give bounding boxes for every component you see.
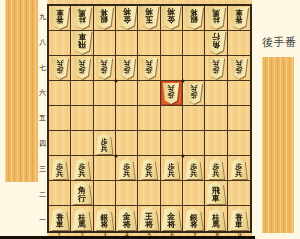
shogi-piece[interactable]: 桂馬 [72, 7, 91, 29]
gote-piece-body: 歩兵 [118, 158, 135, 179]
piece-kanji: 行 [78, 195, 86, 203]
board-cell[interactable]: 香車 [49, 6, 71, 31]
board-cell[interactable]: 桂馬 [205, 6, 227, 31]
board-cell[interactable]: 歩兵 [49, 156, 71, 181]
piece-kanji: 馬 [78, 221, 86, 229]
piece-kanji: 馬 [212, 8, 220, 16]
gote-piece-body: 桂馬 [72, 208, 91, 230]
gote-piece-body: 歩兵 [96, 133, 113, 154]
shogi-piece[interactable]: 桂馬 [72, 208, 91, 230]
board-cell[interactable] [116, 81, 138, 106]
rank-label: 四 [38, 131, 47, 156]
shogi-piece[interactable]: 歩兵 [140, 158, 157, 179]
gote-piece-stand[interactable] [262, 57, 294, 233]
board-cell[interactable] [71, 81, 93, 106]
piece-kanji: 兵 [56, 59, 63, 66]
gote-piece-body: 飛車 [206, 181, 226, 204]
piece-kanji: 将 [123, 7, 131, 15]
shogi-piece[interactable]: 角行 [206, 31, 226, 54]
shogi-piece[interactable]: 香車 [229, 7, 248, 29]
gote-piece-body: 歩兵 [207, 158, 224, 179]
board-cell[interactable] [161, 131, 183, 156]
board-cell[interactable]: 歩兵 [161, 156, 183, 181]
piece-kanji: 歩 [56, 66, 63, 73]
piece-kanji: 金 [167, 15, 175, 23]
piece-kanji: 将 [190, 221, 198, 229]
board-cell[interactable]: 銀将 [94, 6, 116, 31]
sente-piece-body: 銀将 [184, 7, 203, 29]
shogi-piece[interactable]: 金将 [161, 6, 181, 29]
piece-kanji: 将 [167, 7, 175, 15]
board-cell[interactable]: 香車 [228, 206, 250, 231]
piece-kanji: 歩 [190, 91, 197, 98]
board-cell[interactable]: 歩兵 [116, 56, 138, 81]
board-cell[interactable] [94, 106, 116, 131]
shogi-piece[interactable]: 飛車 [206, 181, 226, 204]
rank-label: 六 [38, 80, 47, 105]
board-cell[interactable]: 王将 [138, 206, 160, 231]
board-cell[interactable]: 歩兵 [71, 156, 93, 181]
board-cell[interactable]: 角行 [205, 31, 227, 56]
board-cell[interactable] [49, 106, 71, 131]
board-cell[interactable] [183, 56, 205, 81]
shogi-piece[interactable]: 桂馬 [206, 208, 225, 230]
shogi-piece[interactable]: 飛車 [72, 31, 92, 54]
shogi-piece[interactable]: 歩兵 [230, 58, 247, 79]
board-cell[interactable] [205, 106, 227, 131]
piece-kanji: 兵 [123, 59, 130, 66]
rank-label: 七 [38, 55, 47, 80]
rank-label: 二 [38, 182, 47, 207]
piece-kanji: 車 [212, 195, 220, 203]
star-point-dot [114, 154, 117, 157]
shogi-piece[interactable]: 歩兵 [185, 83, 202, 104]
board-cell[interactable]: 歩兵 [71, 56, 93, 81]
piece-kanji: 香 [235, 16, 243, 24]
piece-kanji: 兵 [168, 171, 175, 178]
piece-kanji: 歩 [101, 66, 108, 73]
piece-kanji: 桂 [212, 16, 220, 24]
piece-kanji: 歩 [123, 66, 130, 73]
piece-kanji: 飛 [78, 40, 86, 48]
gote-piece-body: 銀将 [95, 208, 114, 230]
board-cell[interactable] [94, 181, 116, 206]
shogi-piece[interactable]: 歩兵 [118, 58, 135, 79]
board-cell[interactable]: 歩兵 [138, 156, 160, 181]
board-cell[interactable] [205, 131, 227, 156]
sente-piece-body: 桂馬 [72, 7, 91, 29]
sente-piece-body: 歩兵 [73, 58, 90, 79]
board-cell[interactable] [49, 131, 71, 156]
piece-kanji: 将 [101, 8, 109, 16]
sente-piece-body: 香車 [229, 7, 248, 29]
board-cell[interactable] [205, 81, 227, 106]
piece-kanji: 兵 [101, 146, 108, 153]
shogi-piece[interactable]: 香車 [50, 208, 69, 230]
piece-kanji: 将 [167, 221, 175, 229]
piece-kanji: 歩 [212, 66, 219, 73]
shogi-piece[interactable]: 香車 [229, 208, 248, 230]
shogi-piece[interactable]: 歩兵 [51, 158, 68, 179]
board-cell[interactable]: 歩兵 [205, 156, 227, 181]
piece-kanji: 兵 [235, 171, 242, 178]
piece-kanji: 兵 [78, 171, 85, 178]
piece-kanji: 歩 [78, 66, 85, 73]
board-cell[interactable]: 歩兵 [94, 56, 116, 81]
board-cell[interactable] [94, 81, 116, 106]
board-cell[interactable]: 金将 [116, 6, 138, 31]
piece-kanji: 銀 [101, 16, 109, 24]
board-cell[interactable] [49, 81, 71, 106]
piece-kanji: 香 [56, 16, 64, 24]
sente-piece-body: 歩兵 [185, 83, 202, 104]
board-cell[interactable] [71, 106, 93, 131]
board-cell[interactable]: 桂馬 [205, 206, 227, 231]
board-cell[interactable]: 香車 [49, 206, 71, 231]
shogi-piece[interactable]: 歩兵 [73, 58, 90, 79]
piece-kanji: 兵 [235, 59, 242, 66]
rank-label: 三 [38, 157, 47, 182]
gote-piece-body: 銀将 [184, 208, 203, 230]
piece-kanji: 将 [101, 221, 109, 229]
sente-piece-body: 香車 [50, 7, 69, 29]
gote-piece-body: 香車 [229, 208, 248, 230]
sente-piece-body: 歩兵 [230, 58, 247, 79]
shogi-piece[interactable]: 歩兵 [140, 58, 157, 79]
board-cell[interactable]: 飛車 [205, 181, 227, 206]
rank-label: 一 [38, 208, 47, 233]
board-cell[interactable] [161, 56, 183, 81]
board-cell[interactable]: 銀将 [183, 206, 205, 231]
shogi-piece[interactable]: 銀将 [95, 208, 114, 230]
board-cell[interactable] [116, 31, 138, 56]
board-cell[interactable]: 歩兵 [116, 156, 138, 181]
board-cell[interactable]: 歩兵 [138, 56, 160, 81]
rank-labels: 九八七六五四三二一 [38, 4, 47, 233]
board-cell[interactable]: 金将 [116, 206, 138, 231]
piece-kanji: 車 [235, 221, 243, 229]
board-cell[interactable] [49, 31, 71, 56]
gote-piece-body: 香車 [50, 208, 69, 230]
board-cell[interactable] [94, 156, 116, 181]
shogi-piece[interactable]: 王将 [139, 207, 159, 230]
turn-indicator: 後手番 [262, 36, 297, 50]
board-cell[interactable]: 銀将 [94, 206, 116, 231]
board-cell[interactable] [138, 31, 160, 56]
gote-piece-body: 王将 [139, 207, 159, 230]
shogi-piece[interactable]: 歩兵 [118, 158, 135, 179]
board-cell[interactable] [116, 106, 138, 131]
board-cell[interactable] [94, 31, 116, 56]
shogi-piece[interactable]: 銀将 [184, 7, 203, 29]
board-cell[interactable] [183, 181, 205, 206]
sente-piece-body: 歩兵 [163, 83, 180, 104]
board-cell[interactable] [228, 31, 250, 56]
board-grid: 香車桂馬銀将金将玉将金将銀将桂馬香車飛車角行歩兵歩兵歩兵歩兵歩兵歩兵歩兵歩兵歩兵… [47, 4, 252, 233]
piece-kanji: 兵 [78, 59, 85, 66]
board-cell[interactable]: 歩兵 [94, 131, 116, 156]
piece-kanji: 歩 [235, 66, 242, 73]
piece-kanji: 兵 [190, 171, 197, 178]
sente-piece-body: 歩兵 [96, 58, 113, 79]
board-cell[interactable]: 歩兵 [161, 81, 183, 106]
shogi-piece[interactable]: 香車 [50, 7, 69, 29]
shogi-piece[interactable]: 歩兵 [207, 158, 224, 179]
gote-piece-body: 桂馬 [206, 208, 225, 230]
board-cell[interactable] [228, 131, 250, 156]
star-point-dot [181, 79, 184, 82]
gote-piece-body: 歩兵 [163, 158, 180, 179]
piece-kanji: 兵 [145, 171, 152, 178]
sente-piece-body: 歩兵 [207, 58, 224, 79]
shogi-app: 後手番 香車桂馬銀将金将玉将金将銀将桂馬香車飛車角行歩兵歩兵歩兵歩兵歩兵歩兵歩兵… [0, 0, 300, 239]
shogi-piece[interactable]: 歩兵 [51, 58, 68, 79]
piece-kanji: 車 [235, 8, 243, 16]
board-cell[interactable] [138, 181, 160, 206]
star-point-dot [114, 79, 117, 82]
piece-kanji: 歩 [168, 91, 175, 98]
board-cell[interactable]: 金将 [161, 206, 183, 231]
board-cell[interactable] [161, 31, 183, 56]
shogi-piece[interactable]: 歩兵 [163, 158, 180, 179]
piece-kanji: 兵 [190, 84, 197, 91]
board-cell[interactable]: 桂馬 [71, 6, 93, 31]
piece-kanji: 銀 [190, 16, 198, 24]
piece-kanji: 車 [56, 8, 64, 16]
gote-piece-body: 金将 [117, 207, 137, 230]
shogi-piece[interactable]: 歩兵 [96, 58, 113, 79]
piece-kanji: 行 [212, 32, 220, 40]
board-cell[interactable]: 桂馬 [71, 206, 93, 231]
piece-kanji: 兵 [145, 59, 152, 66]
gote-piece-body: 歩兵 [185, 158, 202, 179]
sente-piece-stand[interactable] [5, 0, 38, 182]
rank-label: 九 [38, 4, 47, 29]
sente-piece-body: 角行 [206, 31, 226, 54]
sente-piece-body: 金将 [161, 6, 181, 29]
board-cell[interactable]: 歩兵 [228, 56, 250, 81]
piece-kanji: 将 [123, 221, 131, 229]
shogi-piece[interactable]: 銀将 [95, 7, 114, 29]
sente-piece-body: 銀将 [95, 7, 114, 29]
shogi-piece[interactable]: 歩兵 [185, 158, 202, 179]
board-cell[interactable] [183, 31, 205, 56]
sente-piece-body: 桂馬 [206, 7, 225, 29]
board-cell[interactable] [138, 131, 160, 156]
piece-kanji: 金 [123, 15, 131, 23]
piece-kanji: 桂 [78, 16, 86, 24]
sente-piece-body: 歩兵 [140, 58, 157, 79]
shogi-piece[interactable]: 銀将 [184, 208, 203, 230]
piece-kanji: 兵 [56, 171, 63, 178]
piece-kanji: 兵 [168, 84, 175, 91]
board-cell[interactable] [228, 106, 250, 131]
sente-piece-body: 飛車 [72, 31, 92, 54]
board-cell[interactable]: 歩兵 [205, 56, 227, 81]
board-cell[interactable] [228, 81, 250, 106]
piece-kanji: 将 [190, 8, 198, 16]
board-cell[interactable] [116, 131, 138, 156]
board-cell[interactable]: 銀将 [183, 6, 205, 31]
board-cell[interactable] [183, 131, 205, 156]
board-cell[interactable] [183, 106, 205, 131]
board-cell[interactable]: 玉将 [138, 6, 160, 31]
shogi-piece[interactable]: 金将 [117, 6, 137, 29]
gote-piece-body: 歩兵 [230, 158, 247, 179]
gote-piece-body: 歩兵 [73, 158, 90, 179]
board-cell[interactable]: 歩兵 [49, 56, 71, 81]
shogi-piece[interactable]: 歩兵 [230, 158, 247, 179]
board-cell[interactable] [116, 181, 138, 206]
piece-kanji: 馬 [212, 221, 220, 229]
shogi-piece[interactable]: 歩兵 [163, 83, 180, 104]
gote-piece-body: 歩兵 [140, 158, 157, 179]
piece-kanji: 車 [78, 32, 86, 40]
board-cell[interactable] [71, 131, 93, 156]
board-cell[interactable]: 金将 [161, 6, 183, 31]
gote-piece-body: 角行 [72, 181, 92, 204]
sente-piece-body: 玉将 [139, 6, 159, 29]
shogi-board: 香車桂馬銀将金将玉将金将銀将桂馬香車飛車角行歩兵歩兵歩兵歩兵歩兵歩兵歩兵歩兵歩兵… [47, 0, 252, 237]
shogi-piece[interactable]: 歩兵 [96, 133, 113, 154]
sente-piece-body: 歩兵 [51, 58, 68, 79]
shogi-piece[interactable]: 金将 [161, 207, 181, 230]
shogi-piece[interactable]: 角行 [72, 181, 92, 204]
rank-label: 八 [38, 29, 47, 54]
shogi-piece[interactable]: 玉将 [139, 6, 159, 29]
piece-kanji: 将 [145, 221, 153, 229]
board-cell[interactable] [138, 81, 160, 106]
board-cell[interactable] [161, 106, 183, 131]
board-cell[interactable]: 歩兵 [228, 156, 250, 181]
shogi-piece[interactable]: 歩兵 [207, 58, 224, 79]
piece-kanji: 歩 [145, 66, 152, 73]
shogi-piece[interactable]: 金将 [117, 207, 137, 230]
rank-label: 五 [38, 106, 47, 131]
board-bottom-edge [0, 236, 255, 239]
gote-piece-body: 金将 [161, 207, 181, 230]
board-cell[interactable] [228, 181, 250, 206]
piece-kanji: 兵 [123, 171, 130, 178]
piece-kanji: 将 [145, 7, 153, 15]
sente-piece-body: 金将 [117, 6, 137, 29]
piece-kanji: 玉 [145, 15, 153, 23]
shogi-piece[interactable]: 桂馬 [206, 7, 225, 29]
piece-kanji: 馬 [78, 8, 86, 16]
gote-piece-body: 歩兵 [51, 158, 68, 179]
board-cell[interactable]: 香車 [228, 6, 250, 31]
sente-piece-body: 歩兵 [118, 58, 135, 79]
board-cell[interactable]: 角行 [71, 181, 93, 206]
board-cell[interactable] [49, 181, 71, 206]
piece-kanji: 兵 [212, 171, 219, 178]
piece-kanji: 角 [212, 40, 220, 48]
piece-kanji: 車 [56, 221, 64, 229]
shogi-piece[interactable]: 歩兵 [73, 158, 90, 179]
board-cell[interactable]: 歩兵 [183, 156, 205, 181]
board-cell[interactable]: 飛車 [71, 31, 93, 56]
piece-kanji: 兵 [212, 59, 219, 66]
piece-kanji: 兵 [101, 59, 108, 66]
board-cell[interactable]: 歩兵 [183, 81, 205, 106]
board-cell[interactable] [138, 106, 160, 131]
star-point-dot [181, 154, 184, 157]
board-cell[interactable] [161, 181, 183, 206]
